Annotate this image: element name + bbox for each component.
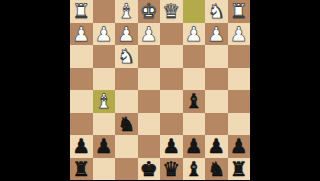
square-c4[interactable] (183, 68, 206, 91)
square-e5[interactable] (138, 90, 161, 113)
square-a8[interactable]: ♜ (228, 158, 251, 181)
square-e4[interactable] (138, 68, 161, 91)
piece-black-knight[interactable]: ♞ (207, 158, 225, 178)
video-frame: ♜♝♚♛♞♜♟♟♟♟♟♟♟♞♝♝♞♟♟♟♟♟♟♜♚♛♝♞♜ (0, 0, 320, 180)
square-g1[interactable] (93, 0, 116, 23)
square-d6[interactable] (160, 113, 183, 136)
square-c6[interactable] (183, 113, 206, 136)
square-h2[interactable]: ♟ (70, 23, 93, 46)
square-h5[interactable] (70, 90, 93, 113)
square-g3[interactable] (93, 45, 116, 68)
square-e7[interactable] (138, 135, 161, 158)
square-h7[interactable]: ♟ (70, 135, 93, 158)
letterbox-left (0, 0, 70, 180)
square-e6[interactable] (138, 113, 161, 136)
square-d1[interactable]: ♛ (160, 0, 183, 23)
square-c3[interactable] (183, 45, 206, 68)
piece-white-rook[interactable]: ♜ (72, 1, 90, 21)
piece-black-queen[interactable]: ♛ (162, 158, 180, 178)
piece-black-pawn[interactable]: ♟ (207, 136, 225, 156)
piece-black-bishop[interactable]: ♝ (185, 158, 203, 178)
square-a2[interactable]: ♟ (228, 23, 251, 46)
square-f5[interactable] (115, 90, 138, 113)
piece-black-pawn[interactable]: ♟ (185, 136, 203, 156)
square-d3[interactable] (160, 45, 183, 68)
square-c5[interactable]: ♝ (183, 90, 206, 113)
square-h6[interactable] (70, 113, 93, 136)
piece-black-knight[interactable]: ♞ (117, 113, 135, 133)
square-c2[interactable]: ♟ (183, 23, 206, 46)
piece-black-pawn[interactable]: ♟ (230, 136, 248, 156)
square-d2[interactable] (160, 23, 183, 46)
square-c8[interactable]: ♝ (183, 158, 206, 181)
square-e2[interactable]: ♟ (138, 23, 161, 46)
square-f1[interactable]: ♝ (115, 0, 138, 23)
letterbox-right (250, 0, 320, 180)
square-d8[interactable]: ♛ (160, 158, 183, 181)
square-a5[interactable] (228, 90, 251, 113)
square-d5[interactable] (160, 90, 183, 113)
square-a1[interactable]: ♜ (228, 0, 251, 23)
square-a4[interactable] (228, 68, 251, 91)
piece-black-king[interactable]: ♚ (140, 158, 158, 178)
square-g8[interactable] (93, 158, 116, 181)
square-g5[interactable]: ♝ (93, 90, 116, 113)
square-b4[interactable] (205, 68, 228, 91)
piece-black-pawn[interactable]: ♟ (162, 136, 180, 156)
piece-white-bishop[interactable]: ♝ (95, 91, 113, 111)
square-c7[interactable]: ♟ (183, 135, 206, 158)
square-g7[interactable]: ♟ (93, 135, 116, 158)
square-h4[interactable] (70, 68, 93, 91)
piece-white-bishop[interactable]: ♝ (117, 1, 135, 21)
piece-white-knight[interactable]: ♞ (117, 46, 135, 66)
square-a7[interactable]: ♟ (228, 135, 251, 158)
square-d7[interactable]: ♟ (160, 135, 183, 158)
square-a6[interactable] (228, 113, 251, 136)
square-c1[interactable] (183, 0, 206, 23)
square-h3[interactable] (70, 45, 93, 68)
square-e1[interactable]: ♚ (138, 0, 161, 23)
square-b1[interactable]: ♞ (205, 0, 228, 23)
piece-black-rook[interactable]: ♜ (72, 158, 90, 178)
piece-black-pawn[interactable]: ♟ (95, 136, 113, 156)
square-b6[interactable] (205, 113, 228, 136)
chess-board: ♜♝♚♛♞♜♟♟♟♟♟♟♟♞♝♝♞♟♟♟♟♟♟♜♚♛♝♞♜ (70, 0, 250, 180)
piece-white-pawn[interactable]: ♟ (185, 23, 203, 43)
square-f8[interactable] (115, 158, 138, 181)
square-e3[interactable] (138, 45, 161, 68)
square-a3[interactable] (228, 45, 251, 68)
square-b7[interactable]: ♟ (205, 135, 228, 158)
piece-white-king[interactable]: ♚ (140, 1, 158, 21)
square-h1[interactable]: ♜ (70, 0, 93, 23)
piece-white-pawn[interactable]: ♟ (230, 23, 248, 43)
piece-white-pawn[interactable]: ♟ (117, 23, 135, 43)
square-f2[interactable]: ♟ (115, 23, 138, 46)
piece-black-pawn[interactable]: ♟ (72, 136, 90, 156)
square-h8[interactable]: ♜ (70, 158, 93, 181)
piece-white-queen[interactable]: ♛ (162, 1, 180, 21)
square-f4[interactable] (115, 68, 138, 91)
piece-white-rook[interactable]: ♜ (230, 1, 248, 21)
square-f7[interactable] (115, 135, 138, 158)
piece-white-knight[interactable]: ♞ (207, 1, 225, 21)
square-f3[interactable]: ♞ (115, 45, 138, 68)
piece-black-rook[interactable]: ♜ (230, 158, 248, 178)
square-b2[interactable]: ♟ (205, 23, 228, 46)
piece-white-pawn[interactable]: ♟ (207, 23, 225, 43)
square-b3[interactable] (205, 45, 228, 68)
square-b5[interactable] (205, 90, 228, 113)
square-d4[interactable] (160, 68, 183, 91)
piece-white-pawn[interactable]: ♟ (95, 23, 113, 43)
square-g6[interactable] (93, 113, 116, 136)
square-b8[interactable]: ♞ (205, 158, 228, 181)
square-e8[interactable]: ♚ (138, 158, 161, 181)
square-f6[interactable]: ♞ (115, 113, 138, 136)
square-g4[interactable] (93, 68, 116, 91)
piece-white-pawn[interactable]: ♟ (72, 23, 90, 43)
piece-white-pawn[interactable]: ♟ (140, 23, 158, 43)
square-g2[interactable]: ♟ (93, 23, 116, 46)
piece-black-bishop[interactable]: ♝ (185, 91, 203, 111)
